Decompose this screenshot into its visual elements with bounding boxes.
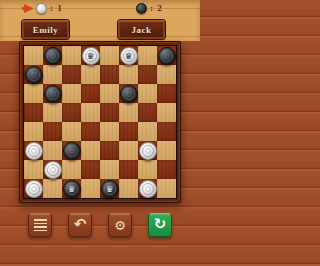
board-cell-b1[interactable] [43,179,62,198]
board-cell-c8[interactable] [62,46,81,65]
board-cell-c2[interactable] [62,160,81,179]
black-piece-icon [136,3,147,14]
board-cell-a6[interactable] [24,84,43,103]
player-plate-black: Jack [118,20,165,39]
board-cell-b3[interactable] [43,141,62,160]
crown-icon: ♛ [124,49,132,63]
piece-black-king[interactable]: ♛ [63,180,81,198]
piece-white-man[interactable] [25,180,43,198]
board-cell-f4[interactable] [119,122,138,141]
piece-black-man[interactable] [63,142,81,160]
hamburger-icon [34,219,47,232]
board-cell-g3[interactable] [138,141,157,160]
board-cell-g5[interactable] [138,103,157,122]
board-cell-b8[interactable] [43,46,62,65]
crown-icon: ♛ [86,49,94,63]
board-cell-e5[interactable] [100,103,119,122]
board-cell-d8[interactable]: ♛ [81,46,100,65]
white-score: : 1 [50,3,63,13]
board-cell-c1[interactable]: ♛ [62,179,81,198]
board-cell-c7[interactable] [62,65,81,84]
board-cell-e4[interactable] [100,122,119,141]
restart-button[interactable]: ↻ [148,213,172,237]
board-cell-e2[interactable] [100,160,119,179]
board-cell-d2[interactable] [81,160,100,179]
board-cell-b4[interactable] [43,122,62,141]
board-cell-f3[interactable] [119,141,138,160]
piece-white-man[interactable] [139,142,157,160]
board-cell-e3[interactable] [100,141,119,160]
board-cell-g1[interactable] [138,179,157,198]
piece-white-man[interactable] [139,180,157,198]
board-cell-f5[interactable] [119,103,138,122]
crown-icon: ♛ [67,182,75,196]
board-cell-g7[interactable] [138,65,157,84]
board-cell-a1[interactable] [24,179,43,198]
board-cell-e7[interactable] [100,65,119,84]
board-cell-f2[interactable] [119,160,138,179]
board-cell-e6[interactable] [100,84,119,103]
board-cell-h3[interactable] [157,141,176,160]
board-cell-h7[interactable] [157,65,176,84]
player-plate-white: Emily [22,20,69,39]
board-cell-h1[interactable] [157,179,176,198]
piece-black-man[interactable] [120,85,138,103]
board-cell-h2[interactable] [157,160,176,179]
restart-arrow-icon: ↻ [154,217,167,232]
turn-arrow-icon [24,4,33,12]
settings-button[interactable]: ⚙ [108,213,132,237]
board-cell-f7[interactable] [119,65,138,84]
board-cell-a7[interactable] [24,65,43,84]
piece-black-man[interactable] [44,47,62,65]
board-cell-d5[interactable] [81,103,100,122]
piece-white-king[interactable]: ♛ [82,47,100,65]
board-cell-g6[interactable] [138,84,157,103]
white-piece-icon [36,3,47,14]
checkers-board[interactable]: ♛♛♛♛ [24,46,176,198]
white-score-group: : 1 [24,2,63,14]
board-cell-c4[interactable] [62,122,81,141]
piece-black-man[interactable] [44,85,62,103]
board-cell-c6[interactable] [62,84,81,103]
board-cell-f6[interactable] [119,84,138,103]
board-cell-d4[interactable] [81,122,100,141]
white-player-name: Emily [33,25,59,35]
board-cell-h6[interactable] [157,84,176,103]
board-cell-b7[interactable] [43,65,62,84]
piece-black-king[interactable]: ♛ [101,180,119,198]
board-cell-a2[interactable] [24,160,43,179]
board-cell-c5[interactable] [62,103,81,122]
board-cell-a3[interactable] [24,141,43,160]
black-score: : 2 [150,3,163,13]
board-frame: ♛♛♛♛ [19,41,181,203]
board-cell-d3[interactable] [81,141,100,160]
piece-white-man[interactable] [44,161,62,179]
checkers-app: { "game": "checkers (english draughts)",… [0,0,200,266]
board-cell-c3[interactable] [62,141,81,160]
board-cell-d1[interactable] [81,179,100,198]
board-cell-d7[interactable] [81,65,100,84]
board-cell-g4[interactable] [138,122,157,141]
board-cell-a5[interactable] [24,103,43,122]
board-cell-e8[interactable] [100,46,119,65]
piece-black-man[interactable] [25,66,43,84]
board-cell-b6[interactable] [43,84,62,103]
board-cell-h5[interactable] [157,103,176,122]
board-cell-e1[interactable]: ♛ [100,179,119,198]
gear-icon: ⚙ [114,219,126,232]
board-cell-g8[interactable] [138,46,157,65]
board-cell-h8[interactable] [157,46,176,65]
board-cell-g2[interactable] [138,160,157,179]
black-player-name: Jack [132,25,152,35]
piece-white-man[interactable] [25,142,43,160]
piece-black-man[interactable] [158,47,176,65]
board-cell-b2[interactable] [43,160,62,179]
board-cell-a8[interactable] [24,46,43,65]
menu-button[interactable] [28,213,52,237]
board-cell-d6[interactable] [81,84,100,103]
black-score-group: : 2 [136,2,163,14]
board-cell-a4[interactable] [24,122,43,141]
board-cell-f1[interactable] [119,179,138,198]
undo-button[interactable]: ↶ [68,213,92,237]
board-cell-f8[interactable]: ♛ [119,46,138,65]
board-cell-h4[interactable] [157,122,176,141]
undo-arrow-icon: ↶ [74,217,87,232]
piece-white-king[interactable]: ♛ [120,47,138,65]
crown-icon: ♛ [105,182,113,196]
board-cell-b5[interactable] [43,103,62,122]
